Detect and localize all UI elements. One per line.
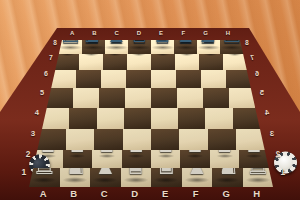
board-rank-row-1: ♜♞♝♛♚♝♞♜ [29,168,273,187]
square-d8[interactable]: ♛ [128,40,151,54]
square-b7[interactable]: ♟ [79,54,103,70]
square-e2[interactable]: ♟ [151,150,180,168]
piece-black-king[interactable]: ♚ [151,9,174,48]
file-label-bottom-h: H [253,187,260,198]
square-c3[interactable] [94,129,122,150]
rank-label-left-4: 4 [35,108,39,117]
piece-black-bishop[interactable]: ♝ [105,9,128,48]
board-rank-row-7: ♟♟♟♟♟♟♟♟ [55,54,246,70]
square-g2[interactable]: ♟ [210,150,239,168]
file-label-bottom-e: E [162,187,168,198]
square-g8[interactable]: ♞ [197,40,220,54]
square-a1[interactable]: ♜ [29,168,60,187]
square-g5[interactable] [203,88,229,108]
square-h3[interactable] [236,129,264,150]
square-f2[interactable]: ♟ [180,150,209,168]
board-rank-row-3 [37,129,264,150]
square-h6[interactable] [226,70,251,88]
square-e8[interactable]: ♚ [151,40,174,54]
square-d5[interactable] [125,88,151,108]
rank-label-left-6: 6 [44,70,48,78]
board-rank-row-5 [47,88,256,108]
piece-black-rook[interactable]: ♜ [220,9,243,48]
rank-label-right-4: 4 [265,108,269,117]
piece-black-queen[interactable]: ♛ [128,9,151,48]
rank-label-left-1: 1 [22,167,27,177]
square-c8[interactable]: ♝ [105,40,128,54]
file-label-top-d: D [137,30,141,36]
rank-label-left-3: 3 [31,129,35,138]
file-label-bottom-c: C [101,187,108,198]
file-label-bottom-g: G [223,187,230,198]
chess-board: ♜♞♝♛♚♝♞♜♟♟♟♟♟♟♟♟♟♟♟♟♟♟♟♟♜♞♝♛♚♝♞♜ [0,0,300,200]
square-d3[interactable] [123,129,151,150]
rank-label-right-6: 6 [255,70,259,78]
square-f1[interactable]: ♝ [182,168,213,187]
rank-label-right-8: 8 [245,39,249,46]
square-a6[interactable] [51,70,76,88]
square-d1[interactable]: ♛ [121,168,152,187]
square-b3[interactable] [66,129,94,150]
square-a3[interactable] [37,129,65,150]
square-g4[interactable] [205,108,232,129]
square-h5[interactable] [229,88,255,108]
square-g6[interactable] [201,70,226,88]
file-label-top-h: H [226,30,230,36]
rank-label-left-7: 7 [49,54,53,61]
file-label-top-c: C [114,30,118,36]
square-e3[interactable] [151,129,179,150]
square-d4[interactable] [124,108,151,129]
board-rank-row-4 [42,108,260,129]
square-a7[interactable]: ♟ [55,54,79,70]
square-d6[interactable] [126,70,151,88]
square-e1[interactable]: ♚ [151,168,182,187]
square-f3[interactable] [179,129,207,150]
square-f6[interactable] [176,70,201,88]
square-f4[interactable] [178,108,205,129]
square-c7[interactable]: ♟ [103,54,127,70]
square-e5[interactable] [151,88,177,108]
square-c5[interactable] [99,88,125,108]
rank-label-left-5: 5 [40,88,44,97]
file-label-top-g: G [203,30,208,36]
file-label-bottom-f: F [193,187,199,198]
square-b1[interactable]: ♞ [60,168,91,187]
square-c1[interactable]: ♝ [90,168,121,187]
square-h7[interactable]: ♟ [223,54,247,70]
rank-label-left-2: 2 [26,149,31,159]
square-g7[interactable]: ♟ [199,54,223,70]
square-f8[interactable]: ♝ [174,40,197,54]
square-b6[interactable] [76,70,101,88]
file-label-top-f: F [182,30,186,36]
piece-black-knight[interactable]: ♞ [82,9,105,48]
rank-label-right-7: 7 [250,54,254,61]
square-b8[interactable]: ♞ [82,40,105,54]
square-e6[interactable] [151,70,176,88]
board-rank-row-6 [51,70,251,88]
board-rank-row-2: ♟♟♟♟♟♟♟♟ [33,150,268,168]
file-label-bottom-b: B [70,187,77,198]
square-f7[interactable]: ♟ [175,54,199,70]
piece-black-knight[interactable]: ♞ [197,9,220,48]
square-d7[interactable]: ♟ [127,54,151,70]
piece-black-bishop[interactable]: ♝ [174,9,197,48]
rank-label-left-8: 8 [53,39,57,46]
square-h8[interactable]: ♜ [220,40,243,54]
square-a8[interactable]: ♜ [59,40,82,54]
rank-label-right-2: 2 [276,149,281,159]
square-c6[interactable] [101,70,126,88]
square-g3[interactable] [208,129,236,150]
square-g1[interactable]: ♞ [212,168,243,187]
square-f5[interactable] [177,88,203,108]
square-c4[interactable] [97,108,124,129]
square-b2[interactable]: ♟ [63,150,92,168]
file-label-top-b: B [92,30,96,36]
file-label-top-a: A [70,30,74,36]
square-e7[interactable]: ♟ [151,54,175,70]
file-label-top-e: E [159,30,163,36]
rank-label-right-1: 1 [281,167,286,177]
square-c2[interactable]: ♟ [92,150,121,168]
rank-label-right-5: 5 [260,88,264,97]
board-rank-row-8: ♜♞♝♛♚♝♞♜ [59,40,243,54]
file-label-bottom-a: A [40,187,47,198]
square-b4[interactable] [69,108,96,129]
square-h4[interactable] [233,108,260,129]
rank-label-right-3: 3 [270,129,274,138]
square-a5[interactable] [47,88,73,108]
piece-black-rook[interactable]: ♜ [59,9,82,48]
file-label-bottom-d: D [131,187,138,198]
table-background: ♜♞♝♛♚♝♞♜♟♟♟♟♟♟♟♟♟♟♟♟♟♟♟♟♜♞♝♛♚♝♞♜ 8765432… [0,0,300,200]
square-h2[interactable]: ♟ [239,150,268,168]
square-h1[interactable]: ♜ [243,168,274,187]
square-e4[interactable] [151,108,178,129]
square-b5[interactable] [73,88,99,108]
square-d2[interactable]: ♟ [122,150,151,168]
square-a4[interactable] [42,108,69,129]
